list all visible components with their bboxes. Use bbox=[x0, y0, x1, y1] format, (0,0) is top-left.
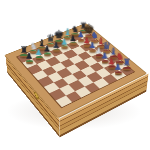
chess-set-product-photo: ♜♞♝♛♚♝♞♜♟♟♟♟♟♟♚♞♝♛♝♞♜♟♟♟♟♟♟♟ bbox=[0, 0, 150, 150]
turned-wood-base bbox=[115, 71, 122, 75]
turned-wood-base bbox=[26, 60, 33, 63]
brass-latch bbox=[33, 92, 38, 100]
red-felt-army-pawn-g1: ♟ bbox=[111, 64, 125, 75]
green-felt-army-pawn-a7: ♟ bbox=[22, 53, 36, 64]
